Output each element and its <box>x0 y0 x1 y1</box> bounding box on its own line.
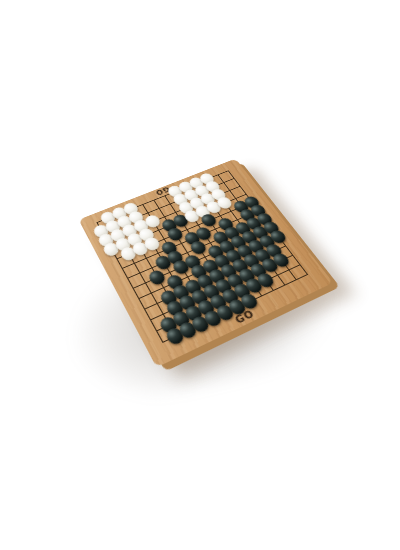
product-photo-scene: GO GO <box>0 0 400 550</box>
